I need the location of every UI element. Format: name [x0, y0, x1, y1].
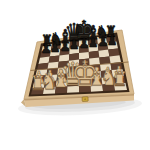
piece-white-rook[interactable]: ♜ [113, 68, 128, 88]
brass-clasp [82, 97, 88, 102]
chess-set-product-photo: ♜♞♝♛♚♝♞♜♟♟♟♟♟♟♟♟♟♟♟♟♟♟♟♟♜♞♝♛♚♝♞♜ [0, 0, 150, 150]
square-h6[interactable] [108, 48, 119, 56]
piece-black-pawn[interactable]: ♟ [107, 33, 118, 47]
square-g6[interactable] [99, 50, 110, 58]
